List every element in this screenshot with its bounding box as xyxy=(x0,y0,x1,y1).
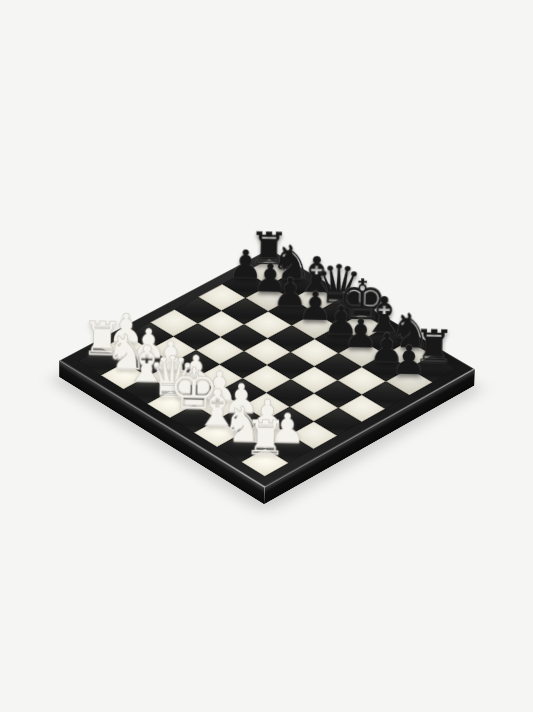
chess-board: ♜♞♝♛♚♝♞♜♟♟♟♟♟♟♟♟♟♟♟♟♟♟♟♟♜♞♝♛♚♝♞♜ xyxy=(59,249,475,488)
white-rook-icon: ♜ xyxy=(228,414,303,463)
chess-board-scene: ♜♞♝♛♚♝♞♜♟♟♟♟♟♟♟♟♟♟♟♟♟♟♟♟♜♞♝♛♚♝♞♜ xyxy=(117,215,417,515)
product-photo-background: ♜♞♝♛♚♝♞♜♟♟♟♟♟♟♟♟♟♟♟♟♟♟♟♟♜♞♝♛♚♝♞♜ xyxy=(0,0,533,712)
black-pawn-icon: ♟ xyxy=(372,340,445,382)
